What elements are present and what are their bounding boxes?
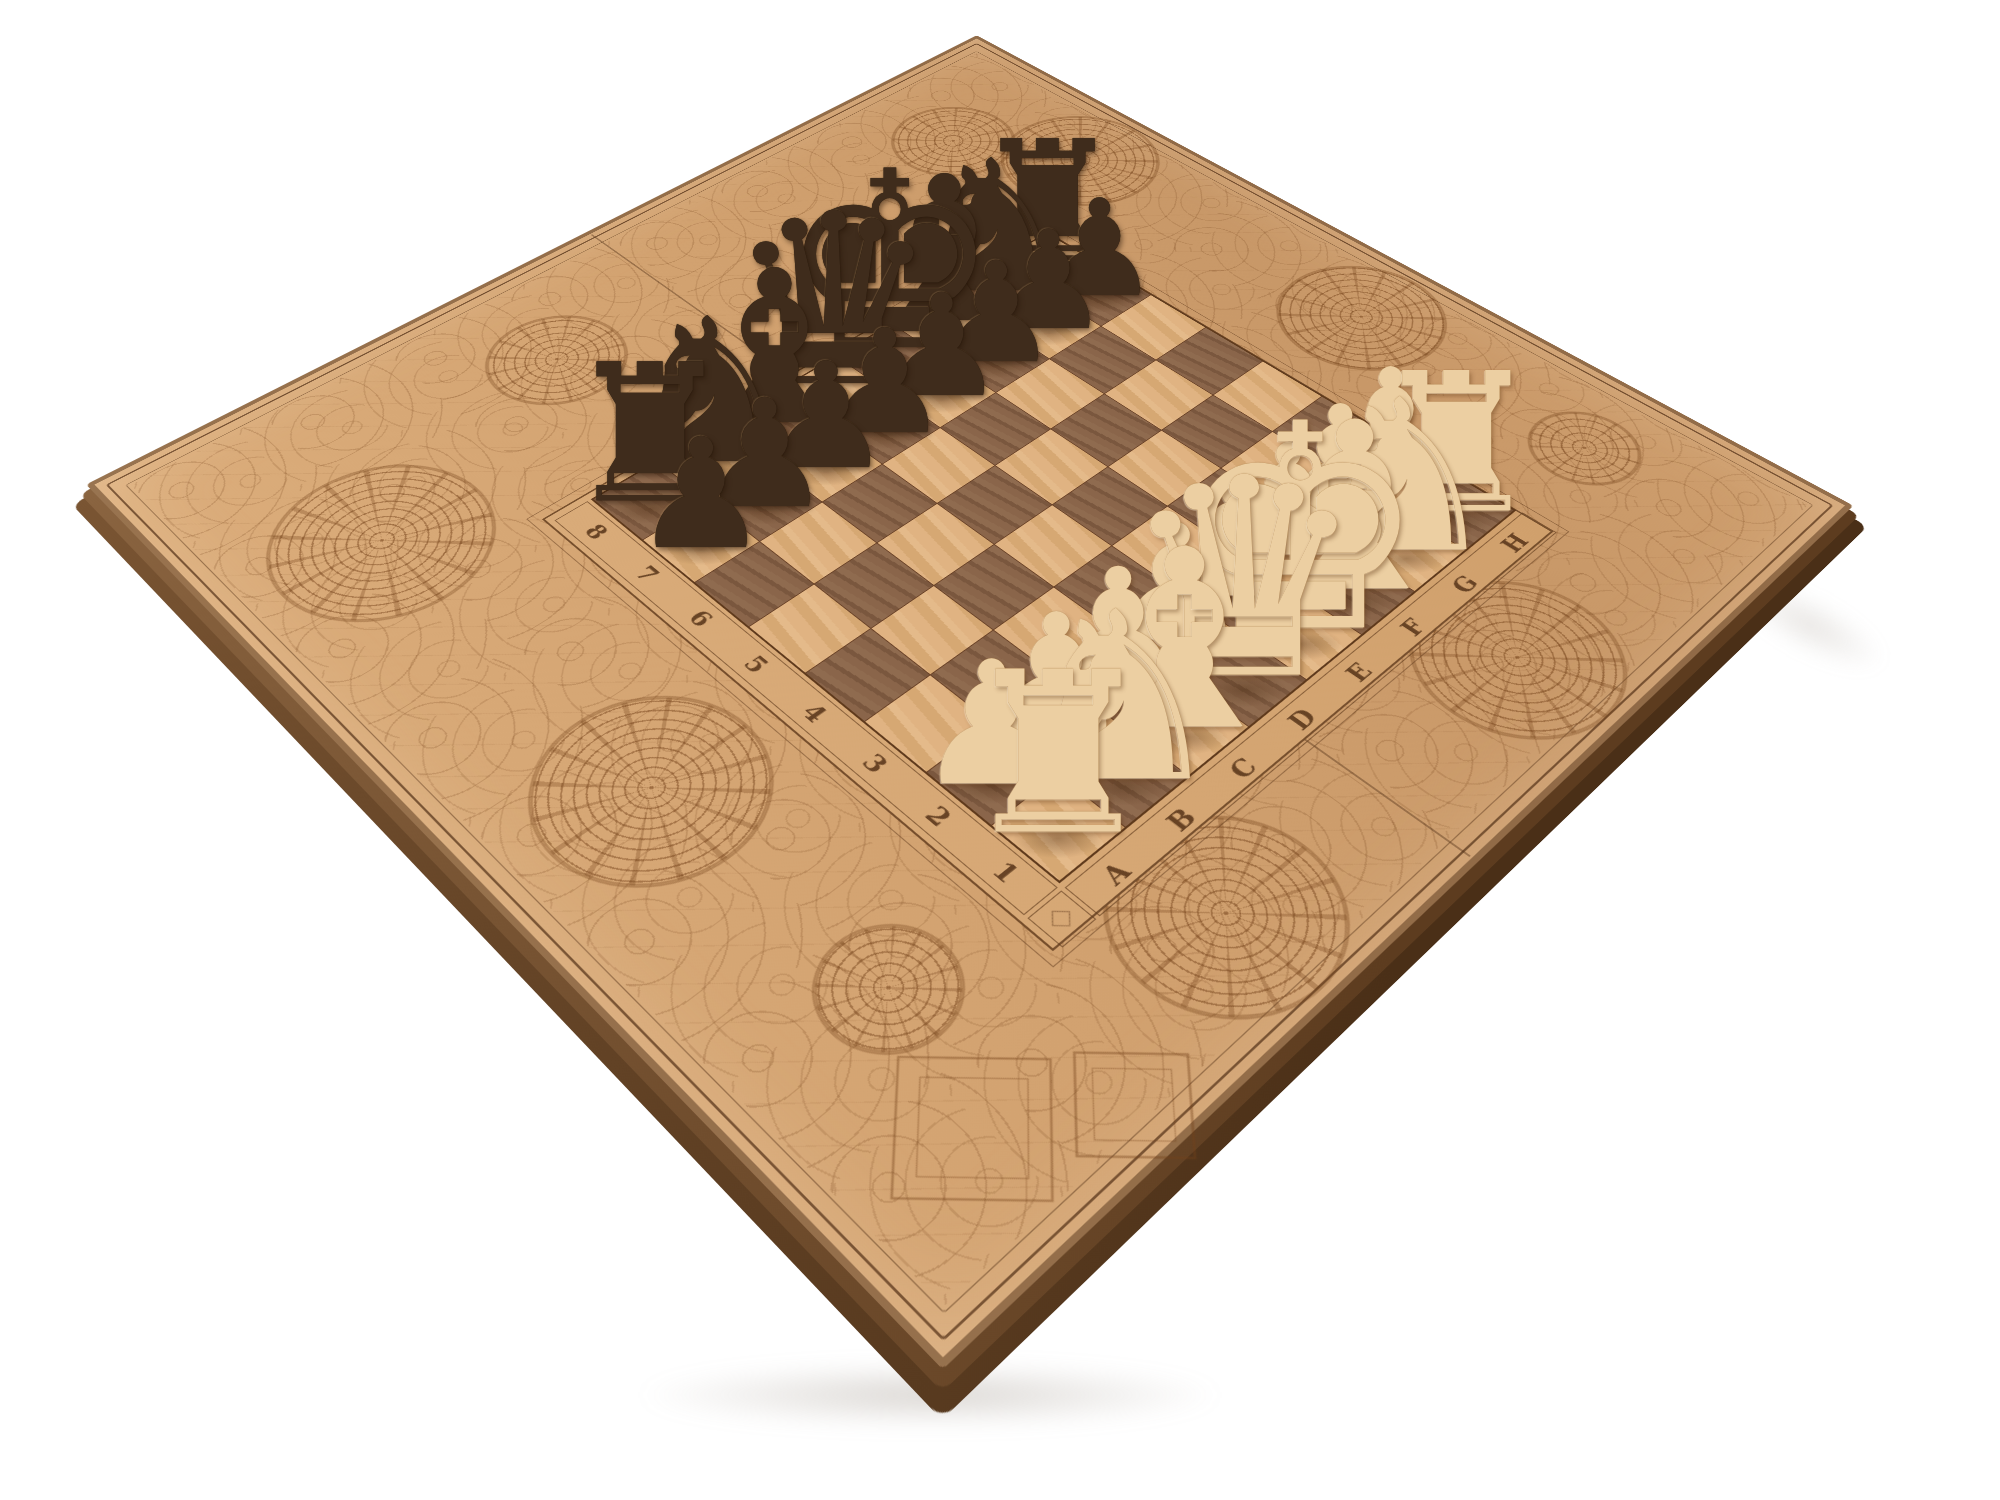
rank-label-5: 5 xyxy=(708,631,803,699)
square-a4[interactable] xyxy=(806,629,929,721)
rosette-medallion xyxy=(483,662,821,929)
band-corner-cell xyxy=(1027,890,1096,947)
piece-white-rook-a1[interactable]: ♜ xyxy=(959,644,1159,867)
tulip-motif xyxy=(890,1056,1054,1202)
fold-seam-bottom xyxy=(1304,739,1470,857)
rank-label-4: 4 xyxy=(766,678,862,749)
square-c5[interactable] xyxy=(878,504,994,585)
product-photo-canvas: 87654321 ABCDEFGH ♜♞♝♛♚♝♞♜♟♟♟♟♟♟♟♟♟♟♟♟♟♟… xyxy=(0,0,2000,1500)
square-b5[interactable] xyxy=(815,543,933,627)
rosette-medallion-small xyxy=(784,901,993,1080)
square-a5[interactable] xyxy=(749,585,870,673)
rank-label-6: 6 xyxy=(654,586,747,651)
rank-label-3: 3 xyxy=(826,727,924,801)
tulip-motif xyxy=(1073,1051,1196,1159)
piece-black-pawn-a7[interactable]: ♟ xyxy=(633,418,770,571)
